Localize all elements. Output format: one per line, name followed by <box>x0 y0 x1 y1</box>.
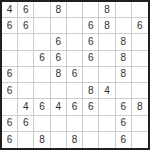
sudoku-cell-r7c8[interactable]: 6 <box>116 99 132 115</box>
sudoku-cell-r1c3[interactable] <box>34 2 50 18</box>
sudoku-cell-r9c2[interactable] <box>18 132 34 148</box>
sudoku-cell-r7c4[interactable]: 4 <box>51 99 67 115</box>
sudoku-cell-r6c3[interactable] <box>34 83 50 99</box>
sudoku-cell-r8c7[interactable] <box>99 116 115 132</box>
sudoku-cell-r9c6[interactable] <box>83 132 99 148</box>
sudoku-cell-r4c9[interactable] <box>132 51 148 67</box>
sudoku-cell-r4c7[interactable] <box>99 51 115 67</box>
sudoku-board: 4688666866686668686868446466686666886 <box>0 0 150 150</box>
sudoku-cell-r8c1[interactable]: 6 <box>2 116 18 132</box>
sudoku-cell-r3c3[interactable] <box>34 34 50 50</box>
sudoku-cell-r5c2[interactable] <box>18 67 34 83</box>
sudoku-cell-r7c5[interactable]: 6 <box>67 99 83 115</box>
sudoku-cell-r4c4[interactable]: 6 <box>51 51 67 67</box>
sudoku-cell-r1c5[interactable] <box>67 2 83 18</box>
sudoku-cell-r6c5[interactable] <box>67 83 83 99</box>
sudoku-cell-r9c3[interactable]: 8 <box>34 132 50 148</box>
sudoku-cell-r7c3[interactable]: 6 <box>34 99 50 115</box>
sudoku-cell-r1c1[interactable]: 4 <box>2 2 18 18</box>
sudoku-cell-r5c6[interactable] <box>83 67 99 83</box>
sudoku-cell-r3c7[interactable] <box>99 34 115 50</box>
sudoku-cell-r1c6[interactable] <box>83 2 99 18</box>
sudoku-cell-r1c2[interactable]: 6 <box>18 2 34 18</box>
sudoku-cell-r3c2[interactable] <box>18 34 34 50</box>
sudoku-cell-r7c7[interactable] <box>99 99 115 115</box>
sudoku-cell-r6c6[interactable]: 8 <box>83 83 99 99</box>
sudoku-cell-r4c6[interactable]: 6 <box>83 51 99 67</box>
sudoku-cell-r2c9[interactable]: 6 <box>132 18 148 34</box>
sudoku-cell-r1c4[interactable]: 8 <box>51 2 67 18</box>
sudoku-cell-r9c7[interactable] <box>99 132 115 148</box>
sudoku-cell-r8c6[interactable] <box>83 116 99 132</box>
sudoku-cell-r2c7[interactable]: 8 <box>99 18 115 34</box>
sudoku-cell-r2c8[interactable] <box>116 18 132 34</box>
sudoku-cell-r3c6[interactable]: 6 <box>83 34 99 50</box>
sudoku-cell-r8c4[interactable] <box>51 116 67 132</box>
sudoku-cell-r4c3[interactable]: 6 <box>34 51 50 67</box>
sudoku-cell-r8c5[interactable] <box>67 116 83 132</box>
sudoku-cell-r9c9[interactable] <box>132 132 148 148</box>
sudoku-cell-r5c8[interactable]: 8 <box>116 67 132 83</box>
sudoku-cell-r6c2[interactable] <box>18 83 34 99</box>
sudoku-cell-r3c1[interactable] <box>2 34 18 50</box>
sudoku-cell-r7c2[interactable]: 4 <box>18 99 34 115</box>
sudoku-cell-r5c9[interactable] <box>132 67 148 83</box>
sudoku-cell-r5c5[interactable]: 6 <box>67 67 83 83</box>
sudoku-cell-r7c6[interactable]: 6 <box>83 99 99 115</box>
sudoku-cell-r1c9[interactable] <box>132 2 148 18</box>
sudoku-cell-r8c2[interactable]: 6 <box>18 116 34 132</box>
sudoku-cell-r8c8[interactable]: 6 <box>116 116 132 132</box>
sudoku-cell-r9c1[interactable]: 6 <box>2 132 18 148</box>
sudoku-cell-r3c9[interactable] <box>132 34 148 50</box>
sudoku-cell-r5c1[interactable]: 6 <box>2 67 18 83</box>
sudoku-cell-r9c5[interactable]: 8 <box>67 132 83 148</box>
sudoku-cell-r4c1[interactable] <box>2 51 18 67</box>
sudoku-cell-r6c4[interactable] <box>51 83 67 99</box>
sudoku-cell-r4c5[interactable] <box>67 51 83 67</box>
sudoku-cell-r6c8[interactable] <box>116 83 132 99</box>
sudoku-cell-r3c8[interactable]: 8 <box>116 34 132 50</box>
sudoku-cell-r3c5[interactable] <box>67 34 83 50</box>
sudoku-cell-r6c1[interactable]: 6 <box>2 83 18 99</box>
sudoku-cell-r9c8[interactable]: 6 <box>116 132 132 148</box>
sudoku-cell-r1c8[interactable] <box>116 2 132 18</box>
sudoku-cell-r2c1[interactable]: 6 <box>2 18 18 34</box>
sudoku-cell-r7c9[interactable]: 8 <box>132 99 148 115</box>
sudoku-cell-r4c2[interactable] <box>18 51 34 67</box>
sudoku-cell-r2c3[interactable] <box>34 18 50 34</box>
sudoku-cell-r8c9[interactable] <box>132 116 148 132</box>
sudoku-cell-r8c3[interactable] <box>34 116 50 132</box>
sudoku-cell-r5c3[interactable] <box>34 67 50 83</box>
sudoku-cell-r5c4[interactable]: 8 <box>51 67 67 83</box>
sudoku-cell-r9c4[interactable] <box>51 132 67 148</box>
sudoku-cell-r2c6[interactable]: 6 <box>83 18 99 34</box>
sudoku-cell-r2c2[interactable]: 6 <box>18 18 34 34</box>
sudoku-cell-r1c7[interactable]: 8 <box>99 2 115 18</box>
sudoku-cell-r3c4[interactable]: 6 <box>51 34 67 50</box>
sudoku-cell-r7c1[interactable] <box>2 99 18 115</box>
sudoku-cell-r6c7[interactable]: 4 <box>99 83 115 99</box>
sudoku-cell-r2c4[interactable] <box>51 18 67 34</box>
sudoku-cell-r5c7[interactable] <box>99 67 115 83</box>
sudoku-cell-r6c9[interactable] <box>132 83 148 99</box>
sudoku-cell-r4c8[interactable]: 8 <box>116 51 132 67</box>
sudoku-cell-r2c5[interactable] <box>67 18 83 34</box>
